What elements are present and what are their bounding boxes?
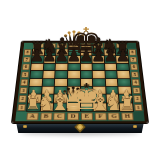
- pieces-layer: ♜♞♝♛♚♝♞♜♟♟♟♟♟♟♟♟♟♟♟♟♟♟♟♟♜♞♝♛♚♝♞♜: [0, 0, 160, 160]
- piece-white-rook-h1[interactable]: ♜: [119, 95, 135, 113]
- piece-black-pawn-h7[interactable]: ♟: [116, 48, 130, 64]
- chess-set-photo: ABCDEFGH ABCDEFGH 87654321 87654321 ♜♞♝♛…: [0, 0, 160, 160]
